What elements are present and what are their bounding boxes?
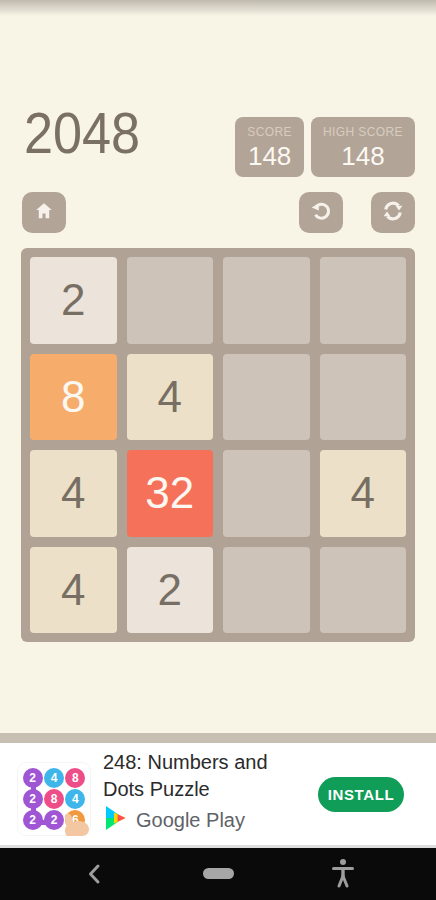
empty-cell-r1c4: [320, 257, 407, 344]
empty-cell-r1c2: [127, 257, 214, 344]
tile-4-r4c1: 4: [30, 547, 117, 634]
accessibility-icon[interactable]: [331, 858, 355, 894]
score-panel: SCORE 148 HIGH SCORE 148: [235, 117, 415, 177]
ad-title-line2: Dots Puzzle: [103, 776, 268, 803]
tile-4-r3c1: 4: [30, 450, 117, 537]
ad-icon-dot-8: 8: [65, 768, 85, 788]
home-icon: [33, 200, 55, 226]
ad-icon-dot-4: 4: [44, 768, 64, 788]
install-button[interactable]: INSTALL: [318, 777, 404, 812]
ad-icon-dot-2: 2: [23, 810, 43, 830]
score-label: SCORE: [247, 125, 292, 139]
ad-banner[interactable]: 248284226 248: Numbers and Dots Puzzle G…: [0, 743, 436, 848]
empty-cell-r2c4: [320, 354, 407, 441]
home-button[interactable]: [22, 192, 66, 233]
ad-icon-dot-2: 2: [23, 789, 43, 809]
tile-4-r2c2: 4: [127, 354, 214, 441]
ad-icon-dot-2: 2: [44, 810, 64, 830]
empty-cell-r4c4: [320, 547, 407, 634]
ad-app-title[interactable]: 248: Numbers and Dots Puzzle: [103, 749, 268, 803]
tile-32-r3c2: 32: [127, 450, 214, 537]
board[interactable]: 284432442: [21, 248, 415, 642]
restart-icon: [381, 199, 405, 227]
undo-button[interactable]: [299, 192, 343, 233]
app-screen: 2048 SCORE 148 HIGH SCORE 148: [0, 0, 436, 900]
high-score-box: HIGH SCORE 148: [311, 117, 415, 177]
google-play-label: Google Play: [136, 809, 245, 832]
empty-cell-r3c3: [223, 450, 310, 537]
ad-icon-dot-2: 2: [23, 768, 43, 788]
ad-app-icon[interactable]: 248284226: [17, 762, 91, 836]
page-title: 2048: [24, 104, 140, 162]
android-navbar: [0, 848, 436, 900]
restart-button[interactable]: [371, 192, 415, 233]
google-play-icon: [103, 805, 127, 835]
statusbar-shadow: [0, 0, 436, 16]
footer-divider: [0, 733, 436, 743]
ad-icon-dot-8: 8: [44, 789, 64, 809]
tile-2-r1c1: 2: [30, 257, 117, 344]
tile-2-r4c2: 2: [127, 547, 214, 634]
google-play-brand[interactable]: Google Play: [103, 805, 245, 835]
empty-cell-r4c3: [223, 547, 310, 634]
tile-8-r2c1: 8: [30, 354, 117, 441]
ad-icon-dot-4: 4: [65, 789, 85, 809]
high-score-label: HIGH SCORE: [323, 125, 403, 139]
high-score-value: 148: [341, 141, 384, 172]
score-box: SCORE 148: [235, 117, 304, 177]
empty-cell-r1c3: [223, 257, 310, 344]
undo-icon: [309, 199, 333, 227]
score-value: 148: [248, 141, 291, 172]
tile-4-r3c4: 4: [320, 450, 407, 537]
empty-cell-r2c3: [223, 354, 310, 441]
ad-title-line1: 248: Numbers and: [103, 749, 268, 776]
home-pill-icon[interactable]: [203, 868, 234, 879]
back-icon[interactable]: [86, 863, 104, 889]
